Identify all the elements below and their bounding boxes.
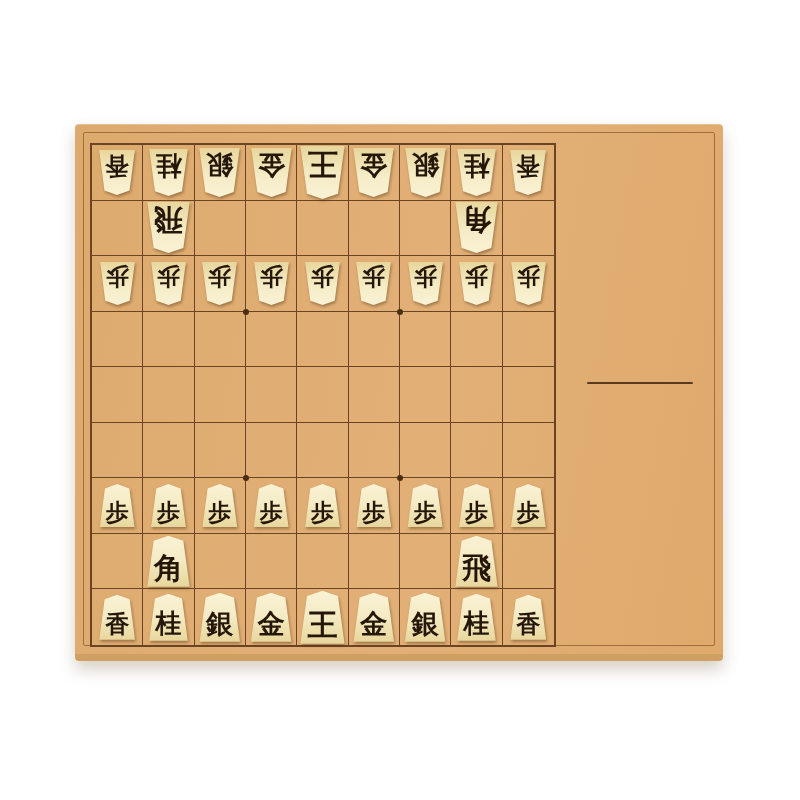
piece-pawn-sente[interactable]: 歩	[355, 484, 392, 527]
square-1c[interactable]: 歩	[503, 256, 554, 312]
square-6b[interactable]	[246, 201, 297, 257]
piece-face: 歩	[99, 262, 136, 305]
piece-kanji: 飛	[154, 202, 183, 235]
piece-kanji: 歩	[157, 500, 180, 527]
piece-kanji: 歩	[311, 262, 334, 289]
square-5b[interactable]	[297, 201, 348, 257]
square-5e[interactable]	[297, 367, 348, 423]
piece-kanji: 歩	[517, 262, 540, 289]
piece-face: 王	[299, 591, 346, 644]
piece-kanji: 銀	[412, 148, 439, 179]
piece-kanji: 歩	[260, 262, 283, 289]
square-5a[interactable]: 王	[297, 145, 348, 201]
piece-silver-gote[interactable]: 銀	[404, 148, 447, 197]
piece-face: 歩	[458, 484, 495, 527]
square-7b[interactable]	[195, 201, 246, 257]
square-5f[interactable]	[297, 423, 348, 479]
piece-kanji: 金	[258, 610, 285, 641]
komadai-area	[570, 136, 711, 649]
square-9c[interactable]: 歩	[92, 256, 143, 312]
square-7c[interactable]: 歩	[195, 256, 246, 312]
square-3h[interactable]	[400, 534, 451, 590]
square-3e[interactable]	[400, 367, 451, 423]
piece-bishop-gote[interactable]: 角	[454, 202, 499, 253]
square-1f[interactable]	[503, 423, 554, 479]
piece-gold-gote[interactable]: 金	[250, 148, 293, 197]
piece-kanji: 銀	[206, 148, 233, 179]
piece-pawn-sente[interactable]: 歩	[407, 484, 444, 527]
piece-face: 歩	[510, 262, 547, 305]
piece-face: 銀	[404, 593, 447, 642]
piece-face: 歩	[253, 484, 290, 527]
piece-kanji: 歩	[157, 262, 180, 289]
piece-face: 銀	[404, 148, 447, 197]
piece-kanji: 歩	[260, 500, 283, 527]
komadai-divider-line	[587, 382, 693, 384]
piece-face: 歩	[201, 484, 238, 527]
piece-pawn-gote[interactable]: 歩	[253, 262, 290, 305]
piece-gold-gote[interactable]: 金	[352, 148, 395, 197]
square-4c[interactable]: 歩	[349, 256, 400, 312]
square-3c[interactable]: 歩	[400, 256, 451, 312]
piece-face: 桂	[456, 149, 497, 196]
piece-face: 歩	[253, 262, 290, 305]
piece-silver-sente[interactable]: 銀	[198, 593, 241, 642]
piece-pawn-gote[interactable]: 歩	[201, 262, 238, 305]
piece-kanji: 香	[105, 612, 129, 640]
piece-kanji: 飛	[462, 553, 491, 586]
square-5c[interactable]: 歩	[297, 256, 348, 312]
piece-kanji: 王	[307, 146, 337, 181]
square-9d[interactable]	[92, 312, 143, 368]
piece-face: 角	[146, 536, 191, 587]
piece-gold-sente[interactable]: 金	[352, 593, 395, 642]
piece-face: 歩	[407, 262, 444, 305]
piece-pawn-gote[interactable]: 歩	[304, 262, 341, 305]
square-5i[interactable]: 王	[297, 589, 348, 645]
square-2h[interactable]: 飛	[451, 534, 502, 590]
square-9f[interactable]	[92, 423, 143, 479]
square-2a[interactable]: 桂	[451, 145, 502, 201]
piece-pawn-sente[interactable]: 歩	[510, 484, 547, 527]
square-7a[interactable]: 銀	[195, 145, 246, 201]
square-6g[interactable]: 歩	[246, 478, 297, 534]
piece-kanji: 桂	[155, 610, 181, 640]
piece-face: 桂	[148, 594, 189, 641]
photo-canvas: 香桂銀金王金銀桂香飛角歩歩歩歩歩歩歩歩歩歩歩歩歩歩歩歩歩歩角飛香桂銀金王金銀桂香	[0, 0, 800, 800]
piece-kanji: 桂	[463, 610, 489, 640]
piece-lance-gote[interactable]: 香	[98, 150, 136, 195]
square-7h[interactable]	[195, 534, 246, 590]
piece-kanji: 香	[516, 150, 540, 178]
square-6f[interactable]	[246, 423, 297, 479]
piece-kanji: 歩	[106, 500, 129, 527]
piece-face: 飛	[454, 536, 499, 587]
piece-kanji: 香	[516, 612, 540, 640]
square-8g[interactable]: 歩	[143, 478, 194, 534]
square-8a[interactable]: 桂	[143, 145, 194, 201]
square-3a[interactable]: 銀	[400, 145, 451, 201]
square-7g[interactable]: 歩	[195, 478, 246, 534]
piece-face: 王	[299, 146, 346, 199]
piece-pawn-gote[interactable]: 歩	[99, 262, 136, 305]
square-9h[interactable]	[92, 534, 143, 590]
square-9e[interactable]	[92, 367, 143, 423]
square-5h[interactable]	[297, 534, 348, 590]
square-1h[interactable]	[503, 534, 554, 590]
square-4g[interactable]: 歩	[349, 478, 400, 534]
piece-face: 歩	[355, 262, 392, 305]
piece-kanji: 角	[154, 553, 183, 586]
piece-face: 桂	[456, 594, 497, 641]
piece-bishop-sente[interactable]: 角	[146, 536, 191, 587]
piece-king-gote[interactable]: 王	[299, 146, 346, 199]
square-4h[interactable]	[349, 534, 400, 590]
piece-kanji: 歩	[311, 500, 334, 527]
square-1i[interactable]: 香	[503, 589, 554, 645]
piece-rook-gote[interactable]: 飛	[146, 202, 191, 253]
square-6i[interactable]: 金	[246, 589, 297, 645]
square-7d[interactable]	[195, 312, 246, 368]
piece-face: 歩	[407, 484, 444, 527]
piece-pawn-sente[interactable]: 歩	[99, 484, 136, 527]
square-1e[interactable]	[503, 367, 554, 423]
square-4a[interactable]: 金	[349, 145, 400, 201]
piece-kanji: 金	[258, 148, 285, 179]
piece-kanji: 香	[105, 150, 129, 178]
square-9i[interactable]: 香	[92, 589, 143, 645]
shogi-board: 香桂銀金王金銀桂香飛角歩歩歩歩歩歩歩歩歩歩歩歩歩歩歩歩歩歩角飛香桂銀金王金銀桂香	[75, 124, 723, 661]
piece-kanji: 銀	[412, 610, 439, 641]
square-2c[interactable]: 歩	[451, 256, 502, 312]
square-4i[interactable]: 金	[349, 589, 400, 645]
square-8c[interactable]: 歩	[143, 256, 194, 312]
piece-face: 金	[250, 148, 293, 197]
square-3b[interactable]	[400, 201, 451, 257]
piece-face: 銀	[198, 593, 241, 642]
piece-kanji: 歩	[414, 500, 437, 527]
square-8b[interactable]: 飛	[143, 201, 194, 257]
piece-knight-sente[interactable]: 桂	[148, 594, 189, 641]
square-6d[interactable]	[246, 312, 297, 368]
square-2f[interactable]	[451, 423, 502, 479]
square-7e[interactable]	[195, 367, 246, 423]
square-2e[interactable]	[451, 367, 502, 423]
square-8f[interactable]	[143, 423, 194, 479]
piece-kanji: 歩	[465, 500, 488, 527]
square-4b[interactable]	[349, 201, 400, 257]
square-1b[interactable]	[503, 201, 554, 257]
piece-pawn-gote[interactable]: 歩	[510, 262, 547, 305]
piece-lance-gote[interactable]: 香	[509, 150, 547, 195]
square-1d[interactable]	[503, 312, 554, 368]
square-6h[interactable]	[246, 534, 297, 590]
square-3i[interactable]: 銀	[400, 589, 451, 645]
square-4e[interactable]	[349, 367, 400, 423]
piece-kanji: 歩	[465, 262, 488, 289]
piece-pawn-sente[interactable]: 歩	[458, 484, 495, 527]
square-8h[interactable]: 角	[143, 534, 194, 590]
square-8d[interactable]	[143, 312, 194, 368]
square-7i[interactable]: 銀	[195, 589, 246, 645]
piece-kanji: 金	[360, 610, 387, 641]
piece-kanji: 歩	[208, 262, 231, 289]
piece-kanji: 歩	[362, 500, 385, 527]
square-6a[interactable]: 金	[246, 145, 297, 201]
piece-face: 飛	[146, 202, 191, 253]
piece-face: 金	[352, 148, 395, 197]
piece-pawn-gote[interactable]: 歩	[407, 262, 444, 305]
piece-face: 香	[98, 150, 136, 195]
square-8i[interactable]: 桂	[143, 589, 194, 645]
piece-face: 香	[98, 595, 136, 640]
piece-king-sente[interactable]: 王	[299, 591, 346, 644]
square-6c[interactable]: 歩	[246, 256, 297, 312]
piece-pawn-sente[interactable]: 歩	[304, 484, 341, 527]
piece-gold-sente[interactable]: 金	[250, 593, 293, 642]
square-9b[interactable]	[92, 201, 143, 257]
square-3g[interactable]: 歩	[400, 478, 451, 534]
piece-lance-sente[interactable]: 香	[509, 595, 547, 640]
piece-pawn-gote[interactable]: 歩	[458, 262, 495, 305]
piece-face: 歩	[304, 484, 341, 527]
piece-kanji: 歩	[362, 262, 385, 289]
square-4f[interactable]	[349, 423, 400, 479]
piece-rook-sente[interactable]: 飛	[454, 536, 499, 587]
piece-knight-gote[interactable]: 桂	[456, 149, 497, 196]
square-1g[interactable]: 歩	[503, 478, 554, 534]
piece-lance-sente[interactable]: 香	[98, 595, 136, 640]
piece-kanji: 銀	[206, 610, 233, 641]
piece-kanji: 桂	[155, 149, 181, 179]
piece-pawn-sente[interactable]: 歩	[201, 484, 238, 527]
piece-silver-sente[interactable]: 銀	[404, 593, 447, 642]
piece-face: 桂	[148, 149, 189, 196]
square-2b[interactable]: 角	[451, 201, 502, 257]
square-4d[interactable]	[349, 312, 400, 368]
piece-kanji: 歩	[517, 500, 540, 527]
square-3d[interactable]	[400, 312, 451, 368]
piece-face: 歩	[458, 262, 495, 305]
piece-face: 金	[250, 593, 293, 642]
square-8e[interactable]	[143, 367, 194, 423]
piece-kanji: 角	[462, 202, 491, 235]
piece-face: 歩	[510, 484, 547, 527]
piece-kanji: 桂	[463, 149, 489, 179]
square-1a[interactable]: 香	[503, 145, 554, 201]
square-2i[interactable]: 桂	[451, 589, 502, 645]
square-3f[interactable]	[400, 423, 451, 479]
piece-face: 歩	[150, 484, 187, 527]
piece-face: 香	[509, 150, 547, 195]
piece-kanji: 歩	[208, 500, 231, 527]
piece-silver-gote[interactable]: 銀	[198, 148, 241, 197]
square-6e[interactable]	[246, 367, 297, 423]
piece-face: 金	[352, 593, 395, 642]
piece-face: 角	[454, 202, 499, 253]
piece-knight-sente[interactable]: 桂	[456, 594, 497, 641]
piece-pawn-sente[interactable]: 歩	[150, 484, 187, 527]
piece-kanji: 王	[307, 609, 337, 644]
square-5g[interactable]: 歩	[297, 478, 348, 534]
piece-kanji: 歩	[414, 262, 437, 289]
square-2d[interactable]	[451, 312, 502, 368]
square-7f[interactable]	[195, 423, 246, 479]
piece-face: 歩	[150, 262, 187, 305]
shogi-grid: 香桂銀金王金銀桂香飛角歩歩歩歩歩歩歩歩歩歩歩歩歩歩歩歩歩歩角飛香桂銀金王金銀桂香	[90, 143, 556, 647]
piece-face: 歩	[99, 484, 136, 527]
piece-face: 銀	[198, 148, 241, 197]
piece-face: 歩	[201, 262, 238, 305]
piece-pawn-gote[interactable]: 歩	[355, 262, 392, 305]
piece-kanji: 歩	[106, 262, 129, 289]
piece-face: 香	[509, 595, 547, 640]
piece-face: 歩	[355, 484, 392, 527]
piece-knight-gote[interactable]: 桂	[148, 149, 189, 196]
piece-face: 歩	[304, 262, 341, 305]
piece-kanji: 金	[360, 148, 387, 179]
square-2g[interactable]: 歩	[451, 478, 502, 534]
square-9a[interactable]: 香	[92, 145, 143, 201]
square-9g[interactable]: 歩	[92, 478, 143, 534]
square-5d[interactable]	[297, 312, 348, 368]
piece-pawn-gote[interactable]: 歩	[150, 262, 187, 305]
piece-pawn-sente[interactable]: 歩	[253, 484, 290, 527]
